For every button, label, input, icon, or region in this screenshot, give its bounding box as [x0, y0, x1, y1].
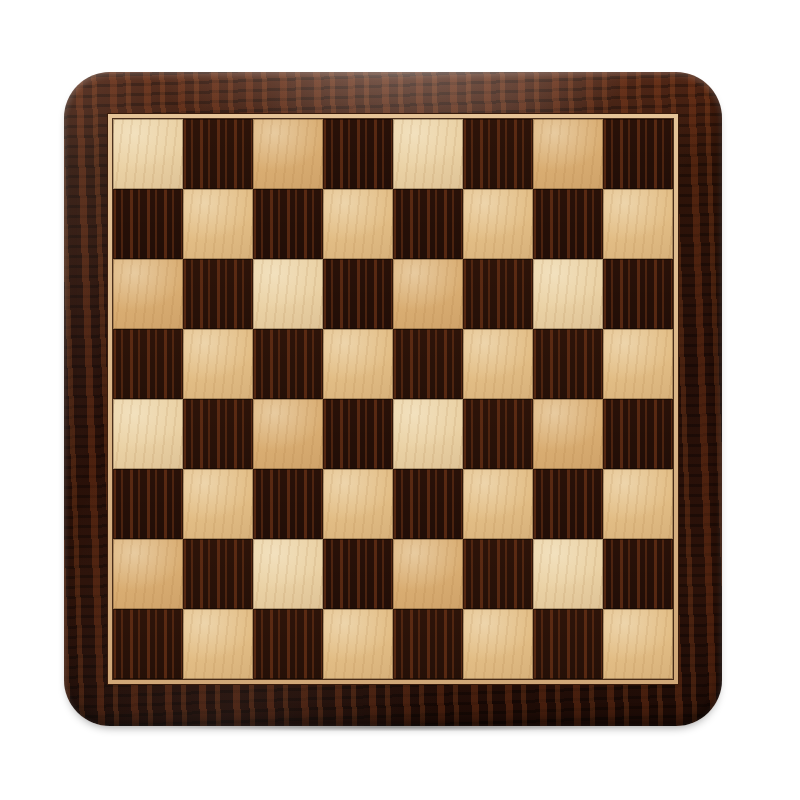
square-g3: [533, 469, 603, 539]
maple-inlay-border: [107, 113, 679, 685]
square-a5: [113, 329, 183, 399]
square-e3: [393, 469, 463, 539]
square-c5: [253, 329, 323, 399]
square-c3: [253, 469, 323, 539]
square-d7: [323, 189, 393, 259]
board-grid: [113, 119, 673, 679]
square-h4: [603, 399, 673, 469]
square-h8: [603, 119, 673, 189]
square-e7: [393, 189, 463, 259]
square-g5: [533, 329, 603, 399]
square-c2: [253, 539, 323, 609]
square-g7: [533, 189, 603, 259]
square-f3: [463, 469, 533, 539]
square-g8: [533, 119, 603, 189]
square-e5: [393, 329, 463, 399]
square-b1: [183, 609, 253, 679]
square-d8: [323, 119, 393, 189]
square-f5: [463, 329, 533, 399]
square-c8: [253, 119, 323, 189]
square-a2: [113, 539, 183, 609]
square-b8: [183, 119, 253, 189]
square-f2: [463, 539, 533, 609]
product-photo-background: [0, 0, 800, 800]
square-e1: [393, 609, 463, 679]
square-d1: [323, 609, 393, 679]
square-a4: [113, 399, 183, 469]
square-g2: [533, 539, 603, 609]
square-a1: [113, 609, 183, 679]
square-f8: [463, 119, 533, 189]
square-g6: [533, 259, 603, 329]
square-f6: [463, 259, 533, 329]
square-h5: [603, 329, 673, 399]
square-b5: [183, 329, 253, 399]
chess-board: [64, 72, 722, 726]
square-f7: [463, 189, 533, 259]
square-b3: [183, 469, 253, 539]
square-h6: [603, 259, 673, 329]
square-c7: [253, 189, 323, 259]
square-g1: [533, 609, 603, 679]
square-e8: [393, 119, 463, 189]
square-d4: [323, 399, 393, 469]
square-b7: [183, 189, 253, 259]
square-b6: [183, 259, 253, 329]
square-c1: [253, 609, 323, 679]
square-h2: [603, 539, 673, 609]
square-e2: [393, 539, 463, 609]
square-h3: [603, 469, 673, 539]
square-e4: [393, 399, 463, 469]
square-f4: [463, 399, 533, 469]
square-a7: [113, 189, 183, 259]
square-c4: [253, 399, 323, 469]
square-b4: [183, 399, 253, 469]
square-a6: [113, 259, 183, 329]
square-h7: [603, 189, 673, 259]
square-c6: [253, 259, 323, 329]
square-d6: [323, 259, 393, 329]
square-d5: [323, 329, 393, 399]
square-f1: [463, 609, 533, 679]
square-d2: [323, 539, 393, 609]
square-e6: [393, 259, 463, 329]
square-b2: [183, 539, 253, 609]
square-a3: [113, 469, 183, 539]
square-a8: [113, 119, 183, 189]
square-d3: [323, 469, 393, 539]
square-h1: [603, 609, 673, 679]
square-g4: [533, 399, 603, 469]
